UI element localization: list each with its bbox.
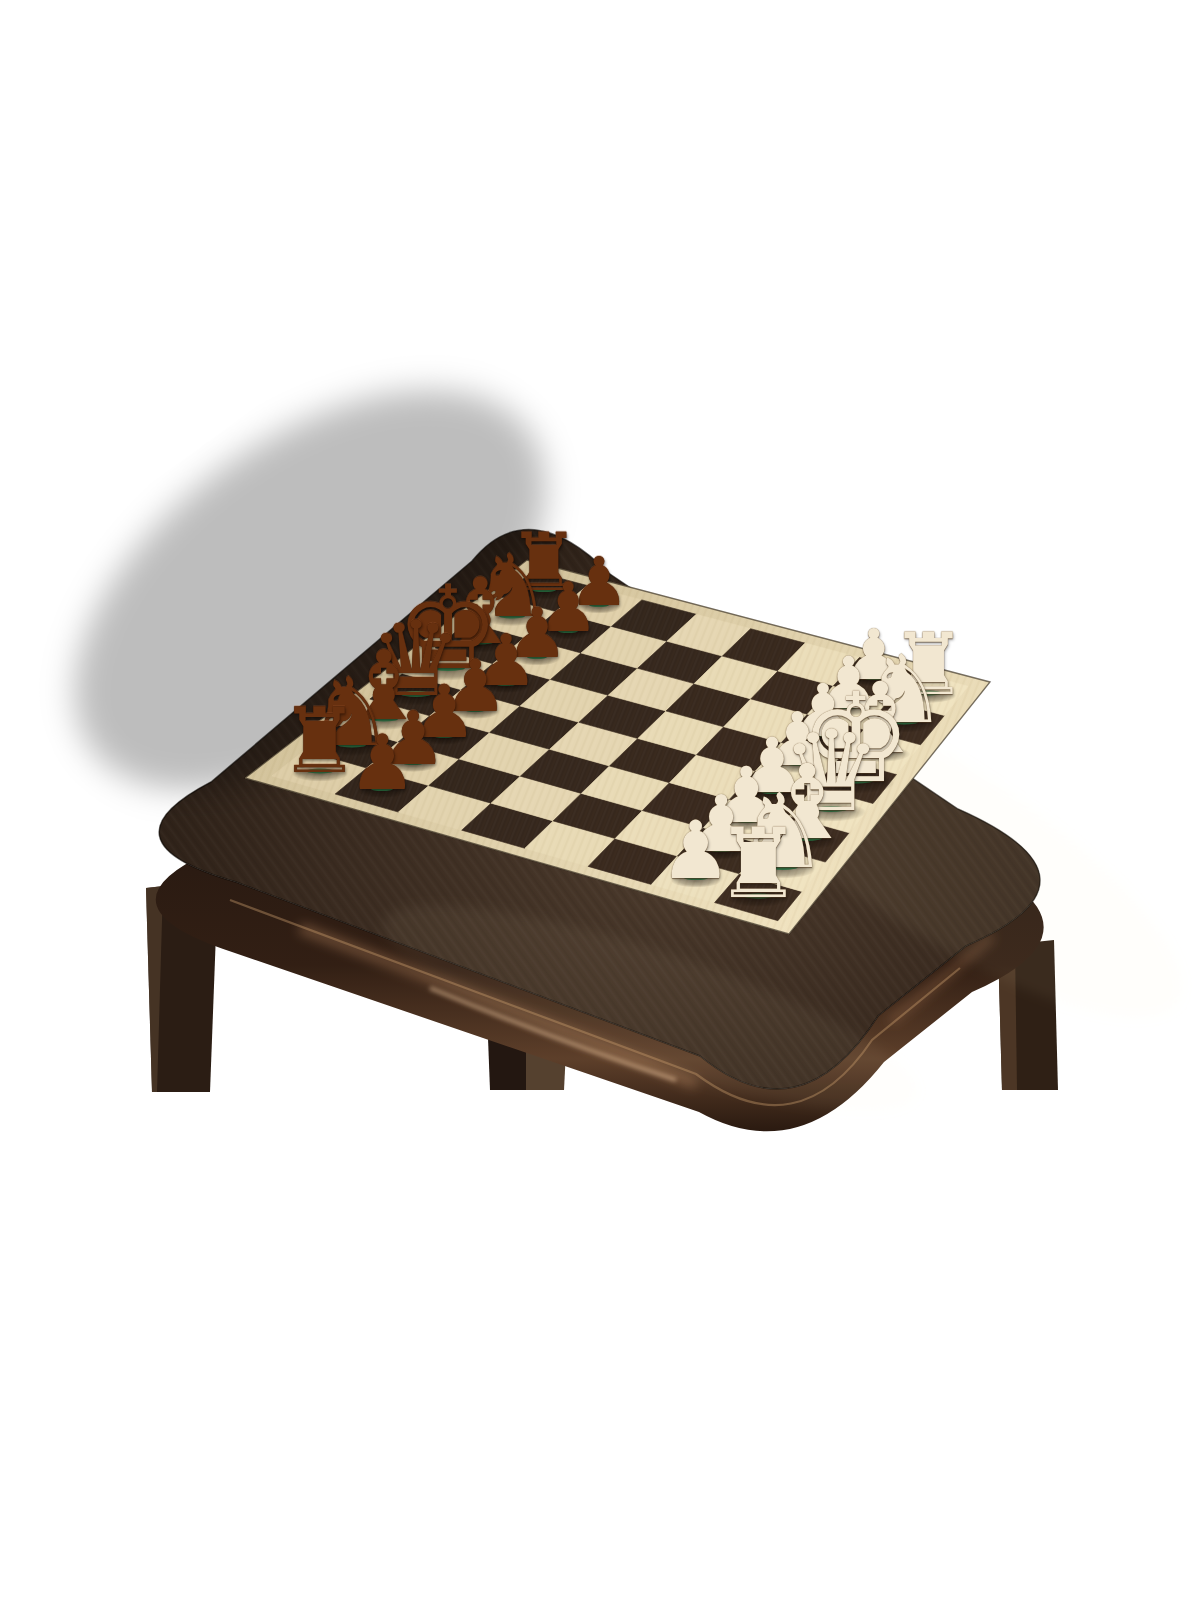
scene-svg: [0, 0, 1200, 1600]
photo-stage: ♜♞♝♛♚♝♞♜♟♟♟♟♟♟♟♟♟♟♟♟♟♟♟♟♜♞♝♛♚♝♞♜: [0, 0, 1200, 1600]
